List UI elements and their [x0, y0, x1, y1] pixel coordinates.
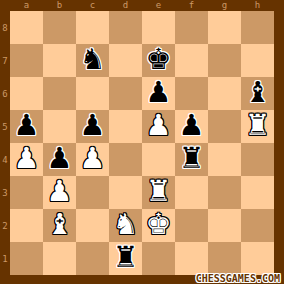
piece-black-pawn: ♟ — [80, 111, 106, 140]
square-f1 — [175, 242, 208, 275]
square-h8 — [241, 11, 274, 44]
square-f8 — [175, 11, 208, 44]
square-f6 — [175, 77, 208, 110]
square-h6: ♝ — [241, 77, 274, 110]
square-e2: ♚ — [142, 209, 175, 242]
rank-label-4: 4 — [0, 143, 10, 176]
rank-label-1: 1 — [0, 242, 10, 275]
square-f7 — [175, 44, 208, 77]
piece-black-pawn: ♟ — [146, 78, 172, 107]
file-label-h: h — [241, 0, 274, 11]
square-g3 — [208, 176, 241, 209]
piece-black-bishop: ♝ — [245, 78, 271, 107]
piece-black-king: ♚ — [146, 45, 172, 74]
square-a3 — [10, 176, 43, 209]
file-label-c: c — [76, 0, 109, 11]
file-label-g: g — [208, 0, 241, 11]
square-e5: ♟ — [142, 110, 175, 143]
square-c8 — [76, 11, 109, 44]
square-f3 — [175, 176, 208, 209]
piece-white-king: ♚ — [146, 210, 172, 239]
piece-black-pawn: ♟ — [47, 144, 73, 173]
square-a5: ♟ — [10, 110, 43, 143]
piece-white-pawn: ♟ — [47, 177, 73, 206]
piece-white-bishop: ♝ — [47, 210, 73, 239]
piece-white-pawn: ♟ — [14, 144, 40, 173]
piece-black-knight: ♞ — [80, 45, 106, 74]
square-a4: ♟ — [10, 143, 43, 176]
rank-labels: 87654321 — [0, 11, 10, 275]
square-d2: ♞ — [109, 209, 142, 242]
square-a7 — [10, 44, 43, 77]
square-d3 — [109, 176, 142, 209]
file-label-a: a — [10, 0, 43, 11]
chess-board: ♞♚♟♝♟♟♟♟♜♟♟♟♜♟♜♝♞♚♜ — [10, 11, 274, 275]
piece-black-rook: ♜ — [113, 243, 139, 272]
square-h7 — [241, 44, 274, 77]
square-c5: ♟ — [76, 110, 109, 143]
piece-white-pawn: ♟ — [80, 144, 106, 173]
square-f5: ♟ — [175, 110, 208, 143]
square-b3: ♟ — [43, 176, 76, 209]
piece-black-rook: ♜ — [179, 144, 205, 173]
square-h4 — [241, 143, 274, 176]
rank-label-3: 3 — [0, 176, 10, 209]
square-a1 — [10, 242, 43, 275]
square-f2 — [175, 209, 208, 242]
square-d8 — [109, 11, 142, 44]
file-label-f: f — [175, 0, 208, 11]
file-label-e: e — [142, 0, 175, 11]
rank-label-7: 7 — [0, 44, 10, 77]
square-g7 — [208, 44, 241, 77]
piece-white-pawn: ♟ — [146, 111, 172, 140]
square-g4 — [208, 143, 241, 176]
square-h5: ♜ — [241, 110, 274, 143]
chessgames-board-diagram: abcdefgh 87654321 ♞♚♟♝♟♟♟♟♜♟♟♟♜♟♜♝♞♚♜ CH… — [0, 0, 284, 284]
square-h3 — [241, 176, 274, 209]
file-label-b: b — [43, 0, 76, 11]
square-b4: ♟ — [43, 143, 76, 176]
square-d1: ♜ — [109, 242, 142, 275]
file-labels: abcdefgh — [10, 0, 274, 11]
square-g2 — [208, 209, 241, 242]
piece-white-rook: ♜ — [146, 177, 172, 206]
square-c6 — [76, 77, 109, 110]
square-h2 — [241, 209, 274, 242]
square-b2: ♝ — [43, 209, 76, 242]
square-b5 — [43, 110, 76, 143]
rank-label-2: 2 — [0, 209, 10, 242]
piece-white-knight: ♞ — [113, 210, 139, 239]
square-g1 — [208, 242, 241, 275]
square-b8 — [43, 11, 76, 44]
square-c2 — [76, 209, 109, 242]
square-a8 — [10, 11, 43, 44]
square-e8 — [142, 11, 175, 44]
rank-label-6: 6 — [0, 77, 10, 110]
rank-label-8: 8 — [0, 11, 10, 44]
square-c4: ♟ — [76, 143, 109, 176]
square-d7 — [109, 44, 142, 77]
square-c1 — [76, 242, 109, 275]
square-a6 — [10, 77, 43, 110]
square-f4: ♜ — [175, 143, 208, 176]
piece-white-rook: ♜ — [245, 111, 271, 140]
square-e6: ♟ — [142, 77, 175, 110]
square-a2 — [10, 209, 43, 242]
square-e4 — [142, 143, 175, 176]
square-b1 — [43, 242, 76, 275]
square-c3 — [76, 176, 109, 209]
square-g6 — [208, 77, 241, 110]
square-b6 — [43, 77, 76, 110]
square-e7: ♚ — [142, 44, 175, 77]
square-e3: ♜ — [142, 176, 175, 209]
square-d4 — [109, 143, 142, 176]
square-c7: ♞ — [76, 44, 109, 77]
square-g8 — [208, 11, 241, 44]
chessgames-watermark: CHESSGAMES.COM — [196, 273, 280, 284]
square-d5 — [109, 110, 142, 143]
square-d6 — [109, 77, 142, 110]
square-b7 — [43, 44, 76, 77]
square-g5 — [208, 110, 241, 143]
piece-black-pawn: ♟ — [14, 111, 40, 140]
file-label-d: d — [109, 0, 142, 11]
rank-label-5: 5 — [0, 110, 10, 143]
square-h1 — [241, 242, 274, 275]
square-e1 — [142, 242, 175, 275]
piece-black-pawn: ♟ — [179, 111, 205, 140]
